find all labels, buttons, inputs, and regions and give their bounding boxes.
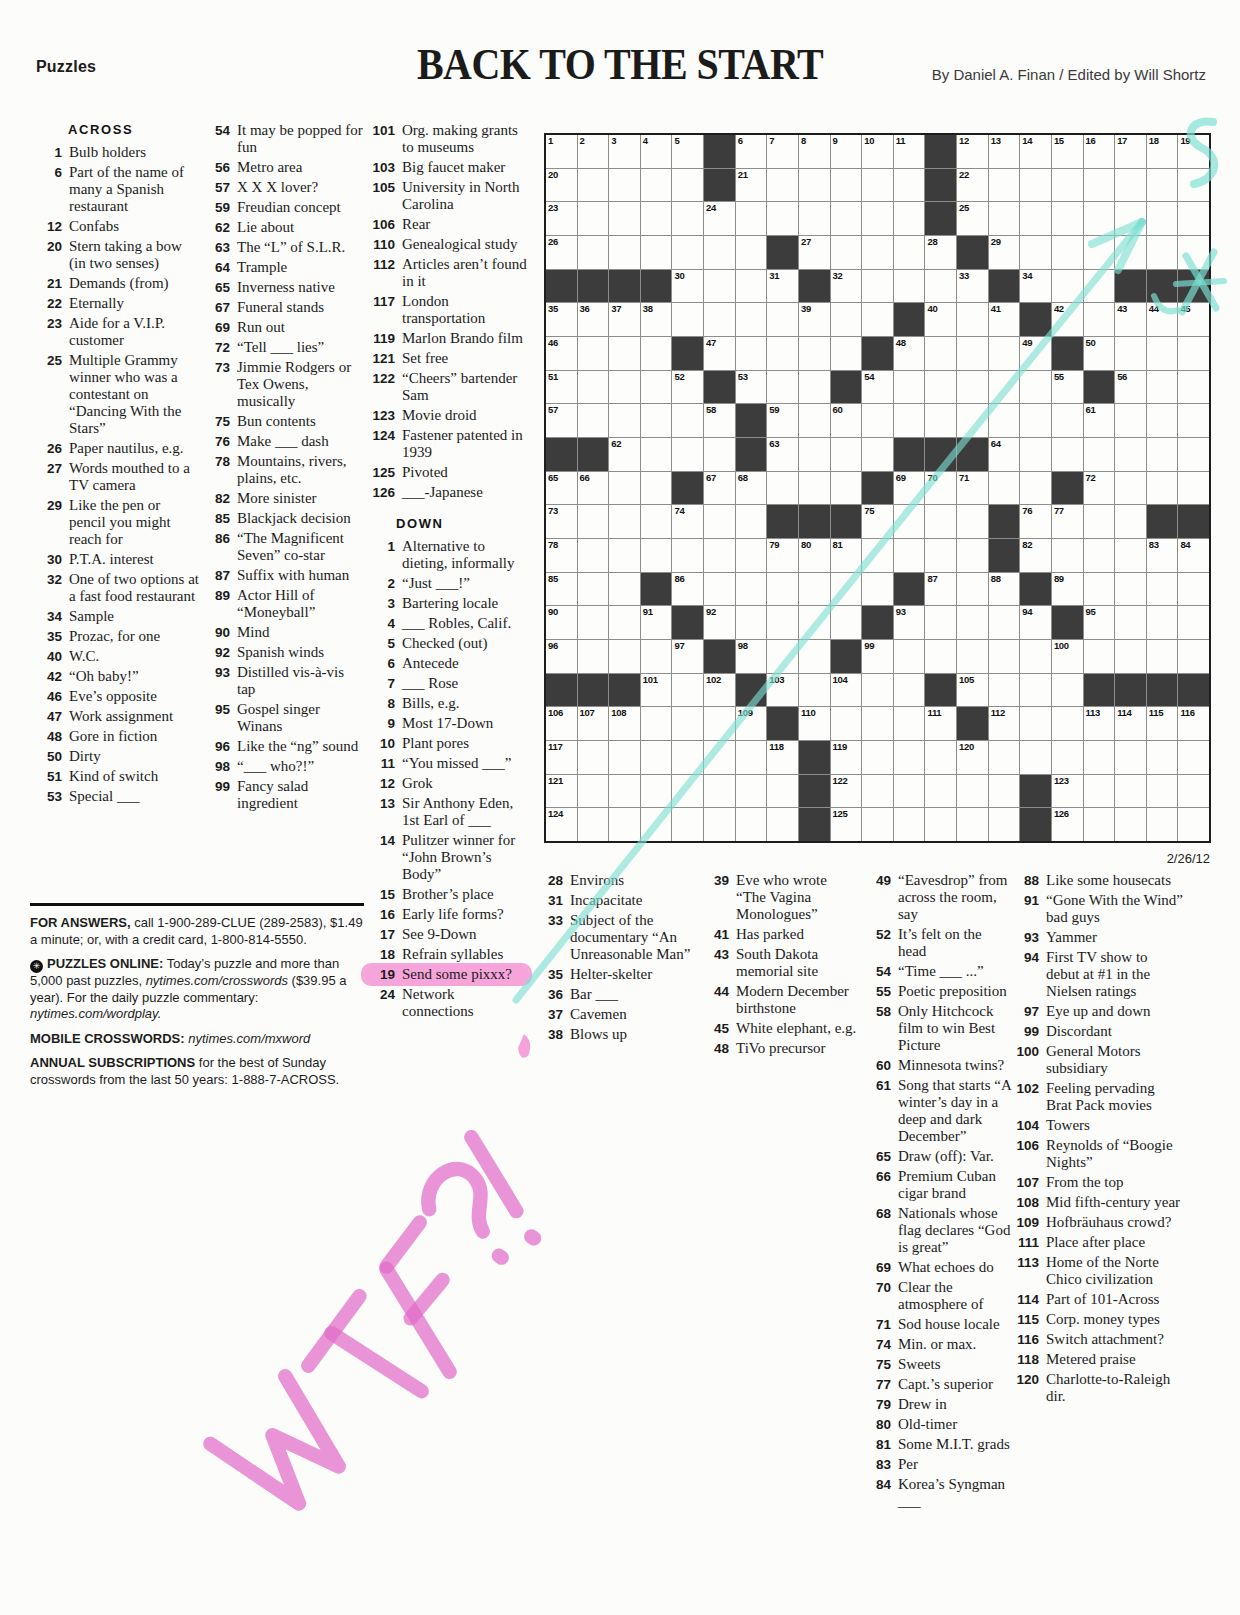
cell-r15c11-block (862, 606, 893, 639)
cell-number-62: 62 (611, 438, 621, 449)
cell-r17c16 (1020, 674, 1051, 707)
cell-r5c3-block (609, 270, 640, 303)
cell-r3c6: 24 (704, 202, 735, 235)
cell-r1c21: 19 (1178, 135, 1209, 168)
byline: By Daniel A. Finan / Edited by Will Shor… (932, 66, 1206, 83)
cell-r2c6-block (704, 169, 735, 202)
cell-r14c8 (767, 573, 798, 606)
cell-number-83: 83 (1149, 539, 1159, 550)
cell-r1c12: 11 (894, 135, 925, 168)
clue-down-99: 99Discordant (1008, 1023, 1184, 1040)
cell-r9c2 (578, 404, 609, 437)
cell-r18c13: 111 (925, 707, 956, 740)
cell-r21c5 (672, 808, 703, 841)
cell-r21c4 (641, 808, 672, 841)
cell-number-90: 90 (548, 606, 558, 617)
cell-number-54: 54 (864, 371, 874, 382)
cell-r14c3 (609, 573, 640, 606)
cell-r19c19 (1115, 741, 1146, 774)
clue-down-12: 12Grok (364, 775, 529, 792)
cell-r6c7 (736, 303, 767, 336)
cell-r19c12 (894, 741, 925, 774)
cell-number-10: 10 (864, 135, 874, 146)
cell-r17c14: 105 (957, 674, 988, 707)
cell-number-81: 81 (833, 539, 843, 550)
cell-r6c4: 38 (641, 303, 672, 336)
cell-r6c16-block (1020, 303, 1051, 336)
cell-r9c11 (862, 404, 893, 437)
cell-r13c16: 82 (1020, 539, 1051, 572)
clue-down-79: 79Drew in (860, 1396, 1011, 1413)
cell-r13c19 (1115, 539, 1146, 572)
cell-number-67: 67 (706, 472, 716, 483)
cell-r12c2 (578, 505, 609, 538)
cell-r5c13 (925, 270, 956, 303)
cell-r4c11 (862, 236, 893, 269)
clue-down-43: 43South Dakota memorial site (698, 946, 860, 980)
clue-down-31: 31Incapacitate (532, 892, 692, 909)
clue-down-8: 8Bills, e.g. (364, 695, 529, 712)
cell-r8c13 (925, 371, 956, 404)
cell-number-107: 107 (580, 707, 595, 718)
clue-down-113: 113Home of the Norte Chico civilization (1008, 1254, 1184, 1288)
cell-r6c15: 41 (989, 303, 1020, 336)
cell-r10c18 (1084, 438, 1115, 471)
cell-number-122: 122 (833, 775, 848, 786)
cell-r21c15 (989, 808, 1020, 841)
clue-down-45: 45White elephant, e.g. (698, 1020, 860, 1037)
clue-down-84: 84Korea’s Syngman ___ (860, 1476, 1011, 1510)
cell-r12c14 (957, 505, 988, 538)
clue-down-35: 35Helter-skelter (532, 966, 692, 983)
cell-r11c11-block (862, 472, 893, 505)
cell-number-42: 42 (1054, 303, 1064, 314)
cell-number-124: 124 (548, 808, 563, 819)
cell-number-86: 86 (674, 573, 684, 584)
cell-r10c16 (1020, 438, 1051, 471)
cell-number-49: 49 (1022, 337, 1032, 348)
clue-down-120: 120Charlotte-to-Raleigh dir. (1008, 1371, 1184, 1405)
cell-r7c4 (641, 337, 672, 370)
cell-number-66: 66 (580, 472, 590, 483)
cell-r8c11: 54 (862, 371, 893, 404)
cell-r5c1-block (546, 270, 577, 303)
cell-r2c11 (862, 169, 893, 202)
clue-across-32: 32One of two options at a fast food rest… (36, 571, 200, 605)
cell-r17c2-block (578, 674, 609, 707)
cell-r2c14: 22 (957, 169, 988, 202)
cell-r1c3: 3 (609, 135, 640, 168)
cell-r21c2 (578, 808, 609, 841)
clue-across-72: 72“Tell ___ lies” (204, 339, 365, 356)
clue-down-52: 52It’s felt on the head (860, 926, 1011, 960)
cell-number-112: 112 (991, 707, 1005, 718)
clue-across-99: 99Fancy salad ingredient (204, 778, 365, 812)
cell-r2c9 (799, 169, 830, 202)
cell-r1c10: 9 (831, 135, 862, 168)
cell-r8c8 (767, 371, 798, 404)
clue-down-48: 48TiVo precursor (698, 1040, 860, 1057)
cell-r3c4 (641, 202, 672, 235)
cell-r16c2 (578, 640, 609, 673)
cell-r7c6: 47 (704, 337, 735, 370)
cell-number-40: 40 (927, 303, 937, 314)
cell-r10c10 (831, 438, 862, 471)
page: Puzzles BACK TO THE START By Daniel A. F… (0, 0, 1240, 1615)
cell-number-70: 70 (927, 472, 937, 483)
cell-r16c3 (609, 640, 640, 673)
cell-r17c15 (989, 674, 1020, 707)
cell-r15c9 (799, 606, 830, 639)
clue-across-117: 117London transportation (364, 293, 529, 327)
cell-r2c20 (1147, 169, 1178, 202)
crosswords-url: nytimes.com/crosswords (146, 973, 288, 988)
clue-down-102: 102Feeling pervading Brat Pack movies (1008, 1080, 1184, 1114)
cell-r13c7 (736, 539, 767, 572)
cell-r2c3 (609, 169, 640, 202)
cell-r17c12 (894, 674, 925, 707)
cell-r17c1-block (546, 674, 577, 707)
cell-r11c8 (767, 472, 798, 505)
cell-r10c4 (641, 438, 672, 471)
cell-r10c3: 62 (609, 438, 640, 471)
cell-r9c8: 59 (767, 404, 798, 437)
clue-across-69: 69Run out (204, 319, 365, 336)
clue-across-93: 93Distilled vis-à-vis tap (204, 664, 365, 698)
clue-down-65: 65Draw (off): Var. (860, 1148, 1011, 1165)
cell-r9c13 (925, 404, 956, 437)
cell-r1c17: 15 (1052, 135, 1083, 168)
clue-across-64: 64Trample (204, 259, 365, 276)
cell-r5c11 (862, 270, 893, 303)
cell-r9c7-block (736, 404, 767, 437)
clue-down-104: 104Towers (1008, 1117, 1184, 1134)
clue-down-114: 114Part of 101-Across (1008, 1291, 1184, 1308)
clue-down-49: 49“Eavesdrop” from across the room, say (860, 872, 1011, 923)
clue-down-3: 3Bartering locale (364, 595, 529, 612)
cell-number-24: 24 (706, 202, 716, 213)
cell-r17c10: 104 (831, 674, 862, 707)
cell-r11c4 (641, 472, 672, 505)
cell-r10c2-block (578, 438, 609, 471)
cell-r9c4 (641, 404, 672, 437)
clue-down-97: 97Eye up and down (1008, 1003, 1184, 1020)
cell-number-94: 94 (1022, 606, 1032, 617)
cell-number-100: 100 (1054, 640, 1069, 651)
cell-r4c7 (736, 236, 767, 269)
cell-r2c19 (1115, 169, 1146, 202)
cell-r5c9-block (799, 270, 830, 303)
cell-number-60: 60 (833, 404, 843, 415)
cell-r19c7 (736, 741, 767, 774)
cell-r16c14 (957, 640, 988, 673)
cell-r13c2 (578, 539, 609, 572)
cell-r21c17: 126 (1052, 808, 1083, 841)
cell-r20c20 (1147, 775, 1178, 808)
cell-r7c19 (1115, 337, 1146, 370)
cell-r5c6 (704, 270, 735, 303)
cell-r19c4 (641, 741, 672, 774)
cell-number-71: 71 (959, 472, 969, 483)
cell-r3c10 (831, 202, 862, 235)
cell-r13c4 (641, 539, 672, 572)
clue-down-5: 5Checked (out) (364, 635, 529, 652)
cell-r18c14-block (957, 707, 988, 740)
clue-down-91: 91“Gone With the Wind” bad guys (1008, 892, 1184, 926)
cell-r9c3 (609, 404, 640, 437)
clue-across-30: 30P.T.A. interest (36, 551, 200, 568)
clue-across-42: 42“Oh baby!” (36, 668, 200, 685)
cell-r18c1: 106 (546, 707, 577, 740)
clue-down-81: 81Some M.I.T. grads (860, 1436, 1011, 1453)
cell-number-64: 64 (991, 438, 1001, 449)
cell-r6c8 (767, 303, 798, 336)
cell-number-3: 3 (611, 135, 616, 146)
cell-r6c1: 35 (546, 303, 577, 336)
cell-number-45: 45 (1180, 303, 1190, 314)
clue-down-83: 83Per (860, 1456, 1011, 1473)
cell-r8c4 (641, 371, 672, 404)
cell-r20c9-block (799, 775, 830, 808)
cell-r8c14 (957, 371, 988, 404)
cell-r3c13-block (925, 202, 956, 235)
cell-r2c21 (1178, 169, 1209, 202)
cell-number-15: 15 (1054, 135, 1064, 146)
cell-r12c4 (641, 505, 672, 538)
cell-r11c17-block (1052, 472, 1083, 505)
cell-r21c13 (925, 808, 956, 841)
cell-r18c6 (704, 707, 735, 740)
cell-r6c5 (672, 303, 703, 336)
cell-number-1: 1 (548, 135, 553, 146)
cell-number-27: 27 (801, 236, 811, 247)
clue-down-37: 37Cavemen (532, 1006, 692, 1023)
cell-number-65: 65 (548, 472, 558, 483)
cell-r1c8: 7 (767, 135, 798, 168)
clue-across-92: 92Spanish winds (204, 644, 365, 661)
cell-r1c20: 18 (1147, 135, 1178, 168)
cell-number-39: 39 (801, 303, 811, 314)
cell-r3c5 (672, 202, 703, 235)
clue-down-16: 16Early life forms? (364, 906, 529, 923)
cell-number-13: 13 (991, 135, 1001, 146)
cell-r6c19: 43 (1115, 303, 1146, 336)
cell-r7c16: 49 (1020, 337, 1051, 370)
clue-down-33: 33Subject of the documentary “An Unreaso… (532, 912, 692, 963)
cell-r4c14-block (957, 236, 988, 269)
cell-r10c19 (1115, 438, 1146, 471)
cell-number-96: 96 (548, 640, 558, 651)
cell-r3c3 (609, 202, 640, 235)
puzzles-online-icon: ✳ (30, 960, 43, 973)
cell-r14c11 (862, 573, 893, 606)
clue-down-24: 24Network connections (364, 986, 529, 1020)
cell-number-114: 114 (1117, 707, 1131, 718)
clue-down-38: 38Blows up (532, 1026, 692, 1043)
cell-r1c13-block (925, 135, 956, 168)
cell-number-46: 46 (548, 337, 558, 348)
cell-r6c21: 45 (1178, 303, 1209, 336)
cell-r12c7 (736, 505, 767, 538)
cell-r8c1: 51 (546, 371, 577, 404)
cell-r9c9 (799, 404, 830, 437)
clue-across-82: 82More sinister (204, 490, 365, 507)
cell-number-82: 82 (1022, 539, 1032, 550)
cell-r21c6 (704, 808, 735, 841)
cell-number-9: 9 (833, 135, 838, 146)
clue-down-54: 54“Time ___ ...” (860, 963, 1011, 980)
cell-r20c14 (957, 775, 988, 808)
down-clues-part-3: 39Eve who wrote “The Vagina Monologues”4… (698, 872, 860, 1057)
cell-r5c19-block (1115, 270, 1146, 303)
cell-r11c3 (609, 472, 640, 505)
cell-r15c7 (736, 606, 767, 639)
cell-number-23: 23 (548, 202, 558, 213)
cell-r10c20 (1147, 438, 1178, 471)
highlight-tail (518, 1034, 530, 1058)
clue-down-80: 80Old-timer (860, 1416, 1011, 1433)
cell-r20c3 (609, 775, 640, 808)
cell-r3c21 (1178, 202, 1209, 235)
cell-r2c16 (1020, 169, 1051, 202)
cell-r10c21 (1178, 438, 1209, 471)
clue-across-73: 73Jimmie Rodgers or Tex Owens, musically (204, 359, 365, 410)
cell-r2c8 (767, 169, 798, 202)
cell-r20c13 (925, 775, 956, 808)
cell-r9c16 (1020, 404, 1051, 437)
cell-r12c3 (609, 505, 640, 538)
across-clues-part-3: 101Org. making grants to museums103Big f… (364, 122, 529, 501)
cell-r7c8 (767, 337, 798, 370)
clue-across-46: 46Eve’s opposite (36, 688, 200, 705)
cell-r20c4 (641, 775, 672, 808)
cell-r9c12 (894, 404, 925, 437)
clue-across-59: 59Freudian concept (204, 199, 365, 216)
cell-r15c18: 95 (1084, 606, 1115, 639)
cell-r4c21 (1178, 236, 1209, 269)
cell-r6c17: 42 (1052, 303, 1083, 336)
cell-r5c14: 33 (957, 270, 988, 303)
cell-r6c9: 39 (799, 303, 830, 336)
cell-r20c12 (894, 775, 925, 808)
cell-r17c5 (672, 674, 703, 707)
cell-r14c4-block (641, 573, 672, 606)
cell-r4c6 (704, 236, 735, 269)
cell-r9c17 (1052, 404, 1083, 437)
clue-across-110: 110Genealogical study (364, 236, 529, 253)
cell-number-47: 47 (706, 337, 716, 348)
down-heading: DOWN (396, 516, 529, 531)
cell-r11c21 (1178, 472, 1209, 505)
clue-across-27: 27Words mouthed to a TV camera (36, 460, 200, 494)
cell-r8c21 (1178, 371, 1209, 404)
clue-across-20: 20Stern taking a bow (in two senses) (36, 238, 200, 272)
cell-r14c19 (1115, 573, 1146, 606)
cell-number-7: 7 (769, 135, 774, 146)
cell-r2c17 (1052, 169, 1083, 202)
clue-across-123: 123Movie droid (364, 407, 529, 424)
down-clues-part-2: 28Environs31Incapacitate33Subject of the… (532, 872, 692, 1043)
puzzles-online-text: ✳PUZZLES ONLINE: Today’s puzzle and more… (30, 956, 364, 1023)
cell-number-18: 18 (1149, 135, 1159, 146)
cell-r13c1: 78 (546, 539, 577, 572)
cell-r3c8 (767, 202, 798, 235)
cell-r17c7-block (736, 674, 767, 707)
cell-r11c12: 69 (894, 472, 925, 505)
cell-r16c19 (1115, 640, 1146, 673)
cell-r9c6: 58 (704, 404, 735, 437)
for-answers-text: FOR ANSWERS, call 1-900-289-CLUE (289-25… (30, 915, 364, 948)
cell-r14c13: 87 (925, 573, 956, 606)
clue-across-103: 103Big faucet maker (364, 159, 529, 176)
cell-number-30: 30 (674, 270, 684, 281)
cell-r19c16 (1020, 741, 1051, 774)
clue-across-125: 125Pivoted (364, 464, 529, 481)
cell-r20c11 (862, 775, 893, 808)
cell-r19c1: 117 (546, 741, 577, 774)
cell-number-20: 20 (548, 169, 558, 180)
down-clues-part-4: 49“Eavesdrop” from across the room, say5… (860, 872, 1011, 1510)
cell-r17c13-block (925, 674, 956, 707)
cell-r18c5 (672, 707, 703, 740)
cell-r21c7 (736, 808, 767, 841)
cell-r10c7-block (736, 438, 767, 471)
cell-r15c4: 91 (641, 606, 672, 639)
cell-number-34: 34 (1022, 270, 1032, 281)
cell-r13c10: 81 (831, 539, 862, 572)
clue-down-60: 60Minnesota twins? (860, 1057, 1011, 1074)
cell-r21c16-block (1020, 808, 1051, 841)
cell-r12c17: 77 (1052, 505, 1083, 538)
cell-number-109: 109 (738, 707, 753, 718)
cell-r19c3 (609, 741, 640, 774)
wordplay-url: nytimes.com/wordplay. (30, 1006, 161, 1021)
cell-r14c6 (704, 573, 735, 606)
clue-down-19: 19Send some pixxx? (364, 966, 529, 983)
cell-r4c3 (609, 236, 640, 269)
cell-r7c5-block (672, 337, 703, 370)
cell-r2c10 (831, 169, 862, 202)
cell-r5c17 (1052, 270, 1083, 303)
cell-number-120: 120 (959, 741, 974, 752)
cell-r12c12 (894, 505, 925, 538)
cell-r1c18: 16 (1084, 135, 1115, 168)
cell-r12c20-block (1147, 505, 1178, 538)
cell-r4c19 (1115, 236, 1146, 269)
cell-r19c2 (578, 741, 609, 774)
clue-down-109: 109Hofbräuhaus crowd? (1008, 1214, 1184, 1231)
cell-r4c9: 27 (799, 236, 830, 269)
cell-number-31: 31 (769, 270, 779, 281)
clue-down-6: 6Antecede (364, 655, 529, 672)
clue-across-121: 121Set free (364, 350, 529, 367)
clue-down-71: 71Sod house locale (860, 1316, 1011, 1333)
cell-r17c9 (799, 674, 830, 707)
clue-down-108: 108Mid fifth-century year (1008, 1194, 1184, 1211)
cell-r6c10 (831, 303, 862, 336)
clue-column-6: 49“Eavesdrop” from across the room, say5… (860, 872, 1011, 1513)
clue-down-68: 68Nationals whose flag declares “God is … (860, 1205, 1011, 1256)
clue-down-1: 1Alternative to dieting, informally (364, 538, 529, 572)
cell-r8c3 (609, 371, 640, 404)
cell-r20c10: 122 (831, 775, 862, 808)
clue-across-35: 35Prozac, for one (36, 628, 200, 645)
cell-r13c20: 83 (1147, 539, 1178, 572)
cell-r19c21 (1178, 741, 1209, 774)
cell-number-32: 32 (833, 270, 843, 281)
cell-r2c18 (1084, 169, 1115, 202)
cell-r6c14 (957, 303, 988, 336)
